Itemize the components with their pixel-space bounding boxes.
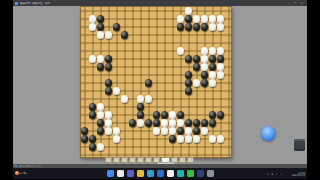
window-title: 囲碁対局 - 棋譜再生 - 検討 (20, 2, 50, 5)
white-stone (177, 15, 184, 22)
black-stone (97, 63, 104, 70)
black-stone (185, 87, 192, 94)
white-stone (209, 135, 216, 142)
black-stone (97, 15, 104, 22)
black-stone (105, 79, 112, 86)
black-stone (217, 55, 224, 62)
black-stone (169, 135, 176, 142)
taskbar-app-icons (107, 170, 214, 177)
black-stone (153, 111, 160, 118)
white-stone (209, 79, 216, 86)
white-stone (97, 31, 104, 38)
black-stone (105, 87, 112, 94)
black-stone (209, 111, 216, 118)
white-stone (201, 127, 208, 134)
black-stone (177, 23, 184, 30)
weather-text: 24° 晴れ (19, 171, 27, 173)
black-stone (201, 23, 208, 30)
black-stone (193, 127, 200, 134)
white-stone (113, 135, 120, 142)
white-stone (217, 63, 224, 70)
white-stone (217, 23, 224, 30)
black-stone (89, 111, 96, 118)
white-stone (201, 55, 208, 62)
white-stone (217, 135, 224, 142)
black-stone (201, 119, 208, 126)
nav-button-9[interactable] (179, 157, 186, 163)
black-stone (145, 79, 152, 86)
white-stone (169, 119, 176, 126)
white-stone (193, 79, 200, 86)
nav-button-2[interactable] (121, 157, 128, 163)
white-stone (201, 63, 208, 70)
nav-button-3[interactable] (129, 157, 136, 163)
desktop: 囲碁対局 - 棋譜再生 - 検討 – □ × 棋譜を表示しています 24° 晴れ… (13, 0, 307, 179)
white-stone (209, 47, 216, 54)
black-stone (177, 127, 184, 134)
screen: 囲碁対局 - 棋譜再生 - 検討 – □ × 棋譜を表示しています 24° 晴れ… (0, 0, 320, 180)
move-navigator[interactable] (105, 157, 194, 163)
app-workspace (13, 6, 307, 164)
star-point (156, 82, 158, 84)
black-stone (177, 111, 184, 118)
black-stone (185, 15, 192, 22)
black-stone (105, 55, 112, 62)
white-stone (89, 55, 96, 62)
system-tray[interactable]: ∧ A ♪ ▯ (267, 173, 283, 176)
black-stone (161, 111, 168, 118)
taskbar: 24° 晴れ ∧ A ♪ ▯ 21:062024/04/13 (13, 168, 307, 179)
black-stone (209, 55, 216, 62)
black-stone (217, 111, 224, 118)
taskbar-icon-task-view[interactable] (127, 170, 134, 177)
taskbar-icon-teams[interactable] (177, 170, 184, 177)
white-stone (153, 127, 160, 134)
white-stone (193, 15, 200, 22)
white-stone (113, 87, 120, 94)
white-stone (113, 127, 120, 134)
white-stone (209, 23, 216, 30)
black-stone (193, 63, 200, 70)
white-stone (161, 127, 168, 134)
black-stone (153, 119, 160, 126)
black-stone (185, 79, 192, 86)
nav-button-1[interactable] (113, 157, 120, 163)
white-stone (177, 47, 184, 54)
nav-button-5[interactable] (145, 157, 152, 163)
clock-date: 2024/04/13 (292, 174, 305, 176)
black-stone (89, 135, 96, 142)
taskbar-icon-start[interactable] (107, 170, 114, 177)
app-icon (15, 2, 18, 5)
go-board[interactable] (80, 6, 232, 158)
taskbar-icon-notepad[interactable] (167, 170, 174, 177)
white-stone (105, 31, 112, 38)
cursor-highlight-overlay (261, 126, 276, 141)
white-stone (169, 127, 176, 134)
white-stone (137, 119, 144, 126)
black-stone (193, 23, 200, 30)
black-stone (209, 63, 216, 70)
white-stone (121, 95, 128, 102)
white-stone (193, 135, 200, 142)
black-stone (201, 79, 208, 86)
white-stone (105, 119, 112, 126)
black-stone (185, 71, 192, 78)
status-text: 棋譜を表示しています (19, 165, 42, 168)
status-icon (15, 165, 17, 167)
taskbar-icon-edge[interactable] (147, 170, 154, 177)
white-stone (209, 71, 216, 78)
white-stone (217, 71, 224, 78)
black-stone (201, 71, 208, 78)
black-stone (185, 119, 192, 126)
black-stone (185, 55, 192, 62)
edge-flyout-handle[interactable] (294, 139, 305, 151)
taskbar-clock[interactable]: 21:062024/04/13 (292, 172, 305, 177)
white-stone (185, 135, 192, 142)
star-point (204, 34, 206, 36)
white-stone (185, 127, 192, 134)
black-stone (81, 127, 88, 134)
white-stone (185, 7, 192, 14)
white-stone (97, 111, 104, 118)
black-stone (193, 119, 200, 126)
star-point (156, 34, 158, 36)
black-stone (89, 103, 96, 110)
white-stone (161, 119, 168, 126)
taskbar-icon-search[interactable] (117, 170, 124, 177)
nav-button-4[interactable] (137, 157, 144, 163)
white-stone (201, 47, 208, 54)
nav-button-10[interactable] (187, 157, 194, 163)
black-stone (97, 23, 104, 30)
white-stone (217, 15, 224, 22)
black-stone (89, 143, 96, 150)
black-stone (97, 127, 104, 134)
white-stone (177, 135, 184, 142)
black-stone (129, 119, 136, 126)
white-stone (89, 23, 96, 30)
black-stone (113, 23, 120, 30)
taskbar-icon-settings[interactable] (207, 170, 214, 177)
taskbar-icon-mail[interactable] (197, 170, 204, 177)
white-stone (177, 119, 184, 126)
black-stone (193, 55, 200, 62)
white-stone (137, 95, 144, 102)
window-controls[interactable]: – □ × (289, 1, 305, 4)
white-stone (201, 15, 208, 22)
white-stone (209, 15, 216, 22)
taskbar-icon-store[interactable] (157, 170, 164, 177)
white-stone (97, 55, 104, 62)
black-stone (81, 135, 88, 142)
taskbar-icon-line[interactable] (187, 170, 194, 177)
white-stone (217, 47, 224, 54)
black-stone (137, 103, 144, 110)
white-stone (89, 15, 96, 22)
white-stone (97, 103, 104, 110)
black-stone (137, 111, 144, 118)
weather-widget[interactable]: 24° 晴れ (15, 170, 40, 176)
white-stone (97, 143, 104, 150)
black-stone (185, 23, 192, 30)
white-stone (169, 111, 176, 118)
white-stone (145, 95, 152, 102)
black-stone (145, 119, 152, 126)
black-stone (121, 31, 128, 38)
black-stone (105, 63, 112, 70)
white-stone (105, 111, 112, 118)
black-stone (209, 119, 216, 126)
taskbar-icon-explorer[interactable] (137, 170, 144, 177)
white-stone (105, 127, 112, 134)
black-stone (97, 119, 104, 126)
nav-button-0[interactable] (105, 157, 112, 163)
